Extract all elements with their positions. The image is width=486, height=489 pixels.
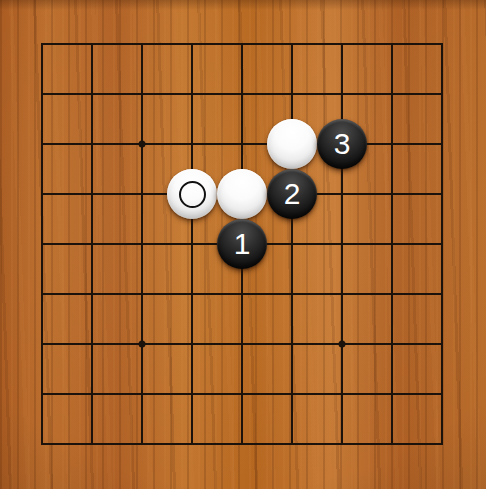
stone-black-G7[interactable]: 3: [317, 119, 367, 169]
star-point: [339, 341, 346, 348]
go-board-scene: 123: [0, 0, 486, 489]
star-point: [139, 341, 146, 348]
stone-white-D6[interactable]: [167, 169, 217, 219]
star-point: [139, 141, 146, 148]
stone-black-F6[interactable]: 2: [267, 169, 317, 219]
stone-black-E5[interactable]: 1: [217, 219, 267, 269]
circle-marker-icon: [179, 181, 206, 208]
move-number-label: 1: [234, 229, 251, 259]
move-number-label: 2: [284, 179, 301, 209]
stone-white-F7[interactable]: [267, 119, 317, 169]
stone-white-E6[interactable]: [217, 169, 267, 219]
move-number-label: 3: [334, 129, 351, 159]
